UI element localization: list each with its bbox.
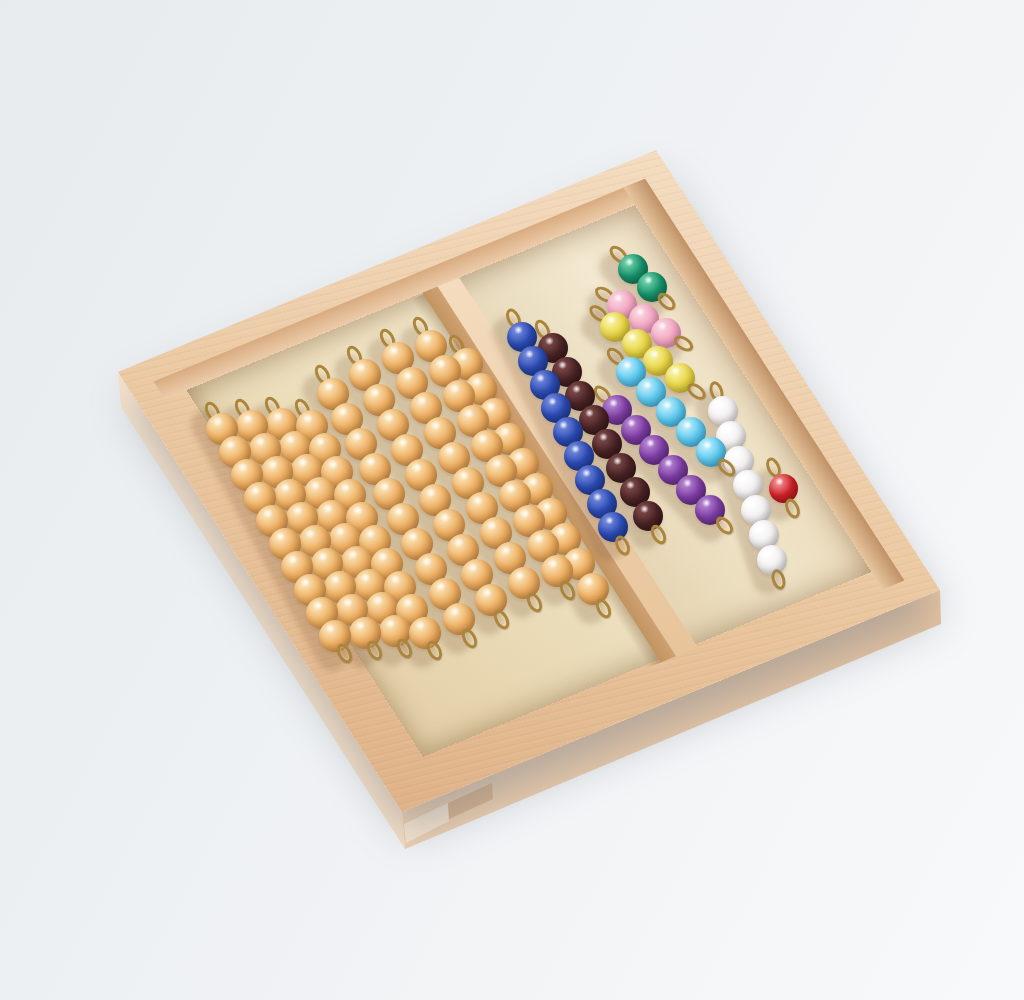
bead-highlight — [625, 258, 634, 266]
bead-highlight — [548, 559, 558, 567]
bead-highlight — [473, 496, 483, 504]
bead-highlight — [585, 409, 594, 417]
bead-highlight — [514, 452, 524, 460]
bead-highlight — [440, 513, 450, 521]
bead-highlight — [528, 477, 538, 485]
bead-highlight — [756, 524, 765, 532]
bead-highlight — [514, 326, 523, 334]
bead-highlight — [323, 504, 333, 512]
bead-highlight — [492, 459, 502, 467]
bead-highlight — [605, 517, 614, 525]
bead-highlight — [326, 624, 336, 632]
bead-highlight — [436, 359, 446, 367]
bead-highlight — [348, 550, 358, 558]
bead-highlight — [412, 463, 422, 471]
bead-highlight — [243, 414, 253, 422]
bead-highlight — [389, 346, 399, 354]
bead-highlight — [338, 407, 348, 415]
bead-highlight — [764, 549, 773, 557]
bead-highlight — [331, 575, 341, 583]
bead-highlight — [464, 409, 474, 417]
bead-highlight — [426, 488, 436, 496]
bead-highlight — [422, 557, 432, 565]
bead-highlight — [559, 421, 568, 429]
bead-highlight — [613, 457, 622, 465]
bead-highlight — [313, 601, 323, 609]
bead-highlight — [599, 433, 608, 441]
bead-highlight — [431, 421, 441, 429]
bead-highlight — [628, 333, 637, 341]
bead-highlight — [380, 482, 390, 490]
bead-highlight — [500, 427, 510, 435]
bead-highlight — [293, 506, 303, 514]
bead-highlight — [251, 486, 261, 494]
bead-highlight — [623, 361, 632, 369]
bead-highlight — [298, 458, 308, 466]
bead-highlight — [664, 459, 673, 467]
bead-highlight — [640, 505, 649, 513]
bead-highlight — [534, 534, 544, 542]
bead-highlight — [468, 563, 478, 571]
bead-highlight — [703, 441, 712, 449]
bead-highlight — [644, 276, 653, 284]
bead-highlight — [747, 499, 756, 507]
bead-highlight — [301, 578, 311, 586]
bead-highlight — [671, 367, 680, 375]
bead-highlight — [366, 529, 376, 537]
bead-highlight — [373, 596, 383, 604]
bead-highlight — [417, 396, 427, 404]
bead-highlight — [366, 457, 376, 465]
bead-highlight — [416, 621, 426, 629]
bead-highlight — [336, 527, 346, 535]
bead-highlight — [353, 506, 363, 514]
bead-highlight — [263, 509, 273, 517]
bead-highlight — [536, 374, 545, 382]
bead-highlight — [472, 377, 482, 385]
bead-highlight — [731, 450, 740, 458]
bead-highlight — [614, 294, 623, 302]
bead-highlight — [386, 619, 396, 627]
bead-highlight — [582, 469, 591, 477]
bead-highlight — [378, 552, 388, 560]
bead-highlight — [478, 434, 488, 442]
bead-highlight — [384, 413, 394, 421]
bead-highlight — [482, 588, 492, 596]
bead-highlight — [525, 350, 534, 358]
bead-highlight — [570, 552, 580, 560]
bead-highlight — [394, 507, 404, 515]
bead-highlight — [391, 575, 401, 583]
bead-highlight — [324, 382, 334, 390]
bead-layer — [0, 0, 1024, 1000]
bead-highlight — [487, 521, 497, 529]
bead-highlight — [643, 381, 652, 389]
bead-highlight — [702, 499, 711, 507]
photo-canvas — [0, 0, 1024, 1000]
bead-highlight — [486, 402, 496, 410]
bead-highlight — [723, 425, 732, 433]
bead-highlight — [636, 308, 645, 316]
bead-highlight — [548, 398, 557, 406]
bead-highlight — [501, 546, 511, 554]
bead-highlight — [422, 334, 432, 342]
bead-highlight — [276, 532, 286, 540]
bead-highlight — [398, 438, 408, 446]
bead-highlight — [356, 363, 366, 371]
bead-highlight — [572, 385, 581, 393]
bead-highlight — [311, 481, 321, 489]
bead-highlight — [306, 529, 316, 537]
bead-highlight — [328, 460, 338, 468]
bead-highlight — [370, 388, 380, 396]
bead-highlight — [715, 400, 724, 408]
bead-highlight — [542, 502, 552, 510]
bead-highlight — [663, 401, 672, 409]
bead-red — [769, 474, 798, 503]
bead-highlight — [454, 538, 464, 546]
bead-highlight — [256, 437, 266, 445]
bead-highlight — [646, 439, 655, 447]
bead-highlight — [658, 322, 667, 330]
bead-highlight — [515, 571, 525, 579]
bead-highlight — [459, 471, 469, 479]
bead-highlight — [281, 483, 291, 491]
bead-highlight — [627, 419, 636, 427]
bead-highlight — [286, 435, 296, 443]
bead-highlight — [445, 446, 455, 454]
bead-highlight — [356, 621, 366, 629]
bead-highlight — [683, 479, 692, 487]
bead-highlight — [506, 484, 516, 492]
bead-highlight — [683, 421, 692, 429]
bead-highlight — [361, 573, 371, 581]
bead-highlight — [213, 417, 223, 425]
bead-highlight — [341, 483, 351, 491]
bead-highlight — [571, 445, 580, 453]
bead-highlight — [450, 607, 460, 615]
bead-highlight — [458, 352, 468, 360]
bead-highlight — [343, 598, 353, 606]
bead-highlight — [288, 555, 298, 563]
bead-highlight — [450, 384, 460, 392]
bead-highlight — [593, 493, 602, 501]
bead-highlight — [352, 432, 362, 440]
bead-highlight — [558, 361, 567, 369]
bead-highlight — [316, 437, 326, 445]
bead-highlight — [739, 475, 748, 483]
bead-highlight — [408, 532, 418, 540]
bead-highlight — [403, 371, 413, 379]
bead-highlight — [556, 527, 566, 535]
bead-highlight — [318, 552, 328, 560]
bead-highlight — [303, 414, 313, 422]
bead-highlight — [607, 316, 616, 324]
bead-highlight — [520, 509, 530, 517]
bead-highlight — [775, 478, 784, 486]
bead-highlight — [609, 399, 618, 407]
bead-highlight — [436, 582, 446, 590]
bead-highlight — [626, 481, 635, 489]
bead-highlight — [268, 460, 278, 468]
bead-highlight — [545, 337, 554, 345]
bead-highlight — [403, 598, 413, 606]
bead-highlight — [584, 577, 594, 585]
bead-highlight — [650, 350, 659, 358]
bead-highlight — [273, 412, 283, 420]
bead-highlight — [238, 463, 248, 471]
bead-highlight — [226, 440, 236, 448]
